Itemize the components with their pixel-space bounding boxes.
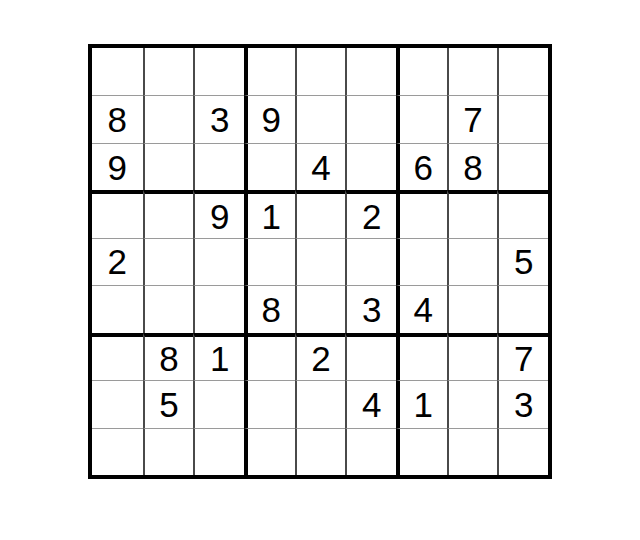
cell-r2c3[interactable]: 3 [193,95,244,142]
cell-r3c9[interactable] [497,143,548,190]
cell-r9c5[interactable] [295,428,346,475]
given-digit: 2 [311,341,330,376]
cell-r1c5[interactable] [295,48,346,95]
cell-r5c4[interactable] [244,238,295,285]
cell-r8c5[interactable] [295,380,346,427]
cell-r6c2[interactable] [143,285,194,332]
cell-r2c1[interactable]: 8 [92,95,143,142]
cell-r5c3[interactable] [193,238,244,285]
given-digit: 1 [210,341,229,376]
given-digit: 9 [262,102,281,137]
given-digit: 8 [463,150,482,185]
cell-r3c7[interactable]: 6 [396,143,447,190]
cell-r6c6[interactable]: 3 [345,285,396,332]
sudoku-page: 839794689122583481275413 [0,0,640,540]
given-digit: 1 [262,199,281,234]
given-digit: 7 [514,341,533,376]
given-digit: 8 [159,341,178,376]
cell-r6c8[interactable] [447,285,498,332]
given-digit: 4 [362,387,381,422]
given-digit: 5 [514,244,533,279]
cell-r2c6[interactable] [345,95,396,142]
cell-r3c1[interactable]: 9 [92,143,143,190]
cell-r7c5[interactable]: 2 [295,333,346,380]
given-digit: 8 [262,292,281,327]
given-digit: 5 [159,387,178,422]
cell-r9c1[interactable] [92,428,143,475]
cell-r1c6[interactable] [345,48,396,95]
cell-r8c1[interactable] [92,380,143,427]
cell-r9c3[interactable] [193,428,244,475]
cell-r8c4[interactable] [244,380,295,427]
cell-r1c9[interactable] [497,48,548,95]
cell-r4c5[interactable] [295,190,346,237]
given-digit: 9 [210,199,229,234]
cell-r5c6[interactable] [345,238,396,285]
cell-r9c6[interactable] [345,428,396,475]
given-digit: 8 [108,102,127,137]
given-digit: 4 [311,150,330,185]
cell-r9c4[interactable] [244,428,295,475]
cell-r8c3[interactable] [193,380,244,427]
cell-r2c4[interactable]: 9 [244,95,295,142]
cell-r4c1[interactable] [92,190,143,237]
cell-r7c2[interactable]: 8 [143,333,194,380]
cell-r9c7[interactable] [396,428,447,475]
cell-r8c8[interactable] [447,380,498,427]
cell-r3c5[interactable]: 4 [295,143,346,190]
cell-r8c7[interactable]: 1 [396,380,447,427]
cell-r9c8[interactable] [447,428,498,475]
cell-r7c1[interactable] [92,333,143,380]
given-digit: 9 [108,150,127,185]
cell-r3c4[interactable] [244,143,295,190]
cell-r3c3[interactable] [193,143,244,190]
cell-r5c8[interactable] [447,238,498,285]
cell-r2c9[interactable] [497,95,548,142]
cell-r4c4[interactable]: 1 [244,190,295,237]
cell-r9c2[interactable] [143,428,194,475]
cell-r2c8[interactable]: 7 [447,95,498,142]
cell-r7c4[interactable] [244,333,295,380]
cell-r4c2[interactable] [143,190,194,237]
cell-r4c6[interactable]: 2 [345,190,396,237]
cell-r8c6[interactable]: 4 [345,380,396,427]
cell-r3c6[interactable] [345,143,396,190]
cell-r6c7[interactable]: 4 [396,285,447,332]
cell-r9c9[interactable] [497,428,548,475]
cell-r6c4[interactable]: 8 [244,285,295,332]
given-digit: 2 [108,244,127,279]
cell-r1c3[interactable] [193,48,244,95]
cell-r8c9[interactable]: 3 [497,380,548,427]
cell-r5c9[interactable]: 5 [497,238,548,285]
cell-r6c1[interactable] [92,285,143,332]
cell-r4c7[interactable] [396,190,447,237]
cell-r8c2[interactable]: 5 [143,380,194,427]
cell-r6c9[interactable] [497,285,548,332]
cell-r2c7[interactable] [396,95,447,142]
cell-r7c6[interactable] [345,333,396,380]
cell-r7c9[interactable]: 7 [497,333,548,380]
given-digit: 3 [210,102,229,137]
sudoku-board: 839794689122583481275413 [88,44,552,479]
given-digit: 2 [362,199,381,234]
cell-r4c3[interactable]: 9 [193,190,244,237]
cell-r1c1[interactable] [92,48,143,95]
cell-r5c1[interactable]: 2 [92,238,143,285]
cell-r2c5[interactable] [295,95,346,142]
cell-r3c8[interactable]: 8 [447,143,498,190]
cell-r7c3[interactable]: 1 [193,333,244,380]
cell-r6c5[interactable] [295,285,346,332]
given-digit: 6 [414,150,433,185]
given-digit: 3 [362,292,381,327]
cell-r5c2[interactable] [143,238,194,285]
cell-r1c8[interactable] [447,48,498,95]
cell-r1c2[interactable] [143,48,194,95]
cell-r7c7[interactable] [396,333,447,380]
given-digit: 7 [463,102,482,137]
given-digit: 1 [414,387,433,422]
cell-r6c3[interactable] [193,285,244,332]
cell-r7c8[interactable] [447,333,498,380]
cell-r1c7[interactable] [396,48,447,95]
given-digit: 3 [514,387,533,422]
cell-r5c7[interactable] [396,238,447,285]
cell-r1c4[interactable] [244,48,295,95]
cell-r5c5[interactable] [295,238,346,285]
cell-r2c2[interactable] [143,95,194,142]
given-digit: 4 [414,292,433,327]
cell-r3c2[interactable] [143,143,194,190]
cell-r4c8[interactable] [447,190,498,237]
cell-r4c9[interactable] [497,190,548,237]
